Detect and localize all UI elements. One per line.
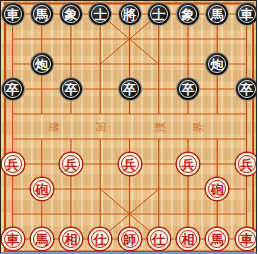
piece-glyph: 砲 (35, 183, 48, 196)
piece-black-advisor[interactable]: 士 (148, 3, 170, 25)
piece-red-soldier[interactable]: 兵 (2, 153, 24, 175)
river-label: 河 (95, 121, 106, 132)
piece-black-elephant[interactable]: 象 (177, 3, 199, 25)
piece-black-horse[interactable]: 馬 (206, 3, 228, 25)
piece-black-cannon[interactable]: 炮 (31, 53, 53, 75)
piece-black-elephant[interactable]: 象 (60, 3, 82, 25)
river-label: 楚 (48, 121, 59, 132)
piece-red-chariot[interactable]: 車 (2, 228, 24, 250)
piece-glyph: 師 (123, 233, 136, 246)
piece-black-soldier[interactable]: 卒 (236, 78, 258, 100)
piece-glyph: 士 (94, 8, 107, 21)
piece-glyph: 卒 (65, 83, 78, 96)
piece-red-chariot[interactable]: 車 (236, 228, 258, 250)
piece-red-advisor[interactable]: 仕 (148, 228, 170, 250)
piece-glyph: 卒 (182, 83, 195, 96)
piece-red-elephant[interactable]: 相 (177, 228, 199, 250)
piece-glyph: 相 (182, 233, 195, 246)
piece-glyph: 兵 (182, 158, 195, 171)
piece-glyph: 象 (182, 8, 195, 21)
piece-black-soldier[interactable]: 卒 (177, 78, 199, 100)
piece-glyph: 將 (123, 8, 136, 21)
piece-glyph: 炮 (35, 58, 48, 71)
board-grid (1, 1, 257, 254)
piece-glyph: 象 (65, 8, 78, 21)
piece-red-cannon[interactable]: 砲 (31, 178, 53, 200)
piece-red-advisor[interactable]: 仕 (89, 228, 111, 250)
piece-red-horse[interactable]: 馬 (206, 228, 228, 250)
river-label: 漢 (155, 121, 166, 132)
piece-black-horse[interactable]: 馬 (31, 3, 53, 25)
piece-glyph: 相 (65, 233, 78, 246)
piece-glyph: 砲 (211, 183, 224, 196)
piece-red-general[interactable]: 師 (119, 228, 141, 250)
piece-glyph: 車 (6, 8, 19, 21)
piece-glyph: 車 (240, 233, 253, 246)
piece-black-cannon[interactable]: 炮 (206, 53, 228, 75)
piece-red-horse[interactable]: 馬 (31, 228, 53, 250)
piece-glyph: 兵 (6, 158, 19, 171)
piece-black-general[interactable]: 將 (119, 3, 141, 25)
piece-glyph: 兵 (240, 158, 253, 171)
piece-glyph: 馬 (35, 233, 48, 246)
piece-glyph: 兵 (65, 158, 78, 171)
piece-glyph: 卒 (6, 83, 19, 96)
piece-red-soldier[interactable]: 兵 (60, 153, 82, 175)
piece-black-soldier[interactable]: 卒 (60, 78, 82, 100)
piece-glyph: 車 (240, 8, 253, 21)
piece-glyph: 馬 (35, 8, 48, 21)
piece-glyph: 兵 (123, 158, 136, 171)
piece-red-elephant[interactable]: 相 (60, 228, 82, 250)
piece-red-soldier[interactable]: 兵 (177, 153, 199, 175)
xiangqi-board[interactable]: 楚河漢界 車馬象士將士象馬車炮炮卒卒卒卒卒兵兵兵兵兵砲砲車馬相仕師仕相馬車 (0, 0, 257, 254)
piece-black-chariot[interactable]: 車 (2, 3, 24, 25)
piece-black-chariot[interactable]: 車 (236, 3, 258, 25)
piece-glyph: 馬 (211, 8, 224, 21)
piece-red-cannon[interactable]: 砲 (206, 178, 228, 200)
piece-black-advisor[interactable]: 士 (89, 3, 111, 25)
piece-black-soldier[interactable]: 卒 (119, 78, 141, 100)
piece-red-soldier[interactable]: 兵 (119, 153, 141, 175)
piece-glyph: 士 (152, 8, 165, 21)
piece-glyph: 卒 (240, 83, 253, 96)
piece-glyph: 仕 (94, 233, 107, 246)
piece-glyph: 仕 (152, 233, 165, 246)
piece-glyph: 馬 (211, 233, 224, 246)
piece-black-soldier[interactable]: 卒 (2, 78, 24, 100)
piece-glyph: 卒 (123, 83, 136, 96)
piece-glyph: 炮 (211, 58, 224, 71)
piece-glyph: 車 (6, 233, 19, 246)
piece-red-soldier[interactable]: 兵 (236, 153, 258, 175)
river-label: 界 (193, 121, 204, 132)
